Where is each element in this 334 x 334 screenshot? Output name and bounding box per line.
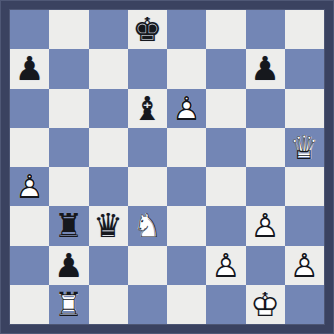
white-knight-glyph: ♞♘ — [133, 209, 163, 242]
square-g1[interactable]: ♚♔ — [246, 285, 285, 324]
square-d1[interactable] — [128, 285, 167, 324]
square-d3[interactable]: ♞♘ — [128, 206, 167, 245]
square-c8[interactable] — [89, 10, 128, 49]
white-king[interactable]: ♚♔ — [246, 285, 285, 324]
white-pawn-glyph: ♟♙ — [211, 249, 241, 282]
white-pawn[interactable]: ♟♙ — [285, 246, 324, 285]
square-b8[interactable] — [49, 10, 88, 49]
square-b6[interactable] — [49, 89, 88, 128]
square-f3[interactable] — [206, 206, 245, 245]
square-h1[interactable] — [285, 285, 324, 324]
black-queen-glyph: ♛ — [93, 209, 123, 242]
square-d8[interactable]: ♚ — [128, 10, 167, 49]
white-pawn-glyph: ♟♙ — [15, 170, 45, 203]
square-c3[interactable]: ♛ — [89, 206, 128, 245]
square-a1[interactable] — [10, 285, 49, 324]
square-b3[interactable]: ♜ — [49, 206, 88, 245]
white-pawn[interactable]: ♟♙ — [167, 89, 206, 128]
square-f7[interactable] — [206, 49, 245, 88]
black-bishop[interactable]: ♝ — [128, 89, 167, 128]
square-g6[interactable] — [246, 89, 285, 128]
square-d5[interactable] — [128, 128, 167, 167]
square-f6[interactable] — [206, 89, 245, 128]
square-e3[interactable] — [167, 206, 206, 245]
black-king-glyph: ♚ — [133, 13, 163, 46]
square-a3[interactable] — [10, 206, 49, 245]
white-pawn[interactable]: ♟♙ — [206, 246, 245, 285]
square-g2[interactable] — [246, 246, 285, 285]
square-e6[interactable]: ♟♙ — [167, 89, 206, 128]
square-g3[interactable]: ♟♙ — [246, 206, 285, 245]
white-pawn[interactable]: ♟♙ — [246, 206, 285, 245]
board-frame: ♚♟♟♝♟♙♛♕♟♙♜♛♞♘♟♙♟♟♙♟♙♜♖♚♔ — [0, 0, 334, 334]
square-b2[interactable]: ♟ — [49, 246, 88, 285]
square-e1[interactable] — [167, 285, 206, 324]
square-c6[interactable] — [89, 89, 128, 128]
square-g7[interactable]: ♟ — [246, 49, 285, 88]
square-a4[interactable]: ♟♙ — [10, 167, 49, 206]
square-d4[interactable] — [128, 167, 167, 206]
square-e5[interactable] — [167, 128, 206, 167]
white-queen-glyph: ♛♕ — [290, 131, 320, 164]
square-f1[interactable] — [206, 285, 245, 324]
black-king[interactable]: ♚ — [128, 10, 167, 49]
square-h7[interactable] — [285, 49, 324, 88]
square-h8[interactable] — [285, 10, 324, 49]
black-bishop-glyph: ♝ — [133, 92, 163, 125]
square-c1[interactable] — [89, 285, 128, 324]
square-f4[interactable] — [206, 167, 245, 206]
chess-board: ♚♟♟♝♟♙♛♕♟♙♜♛♞♘♟♙♟♟♙♟♙♜♖♚♔ — [10, 10, 324, 324]
square-c5[interactable] — [89, 128, 128, 167]
square-b7[interactable] — [49, 49, 88, 88]
square-g5[interactable] — [246, 128, 285, 167]
black-pawn[interactable]: ♟ — [10, 49, 49, 88]
square-h4[interactable] — [285, 167, 324, 206]
square-d2[interactable] — [128, 246, 167, 285]
square-e7[interactable] — [167, 49, 206, 88]
square-c4[interactable] — [89, 167, 128, 206]
white-rook-glyph: ♜♖ — [54, 288, 84, 321]
square-d6[interactable]: ♝ — [128, 89, 167, 128]
square-h2[interactable]: ♟♙ — [285, 246, 324, 285]
square-f5[interactable] — [206, 128, 245, 167]
square-g4[interactable] — [246, 167, 285, 206]
black-pawn[interactable]: ♟ — [49, 246, 88, 285]
square-e2[interactable] — [167, 246, 206, 285]
black-rook-glyph: ♜ — [54, 209, 84, 242]
white-pawn-glyph: ♟♙ — [290, 249, 320, 282]
black-pawn[interactable]: ♟ — [246, 49, 285, 88]
white-king-glyph: ♚♔ — [250, 288, 280, 321]
square-c7[interactable] — [89, 49, 128, 88]
square-b4[interactable] — [49, 167, 88, 206]
square-a7[interactable]: ♟ — [10, 49, 49, 88]
black-pawn-glyph: ♟ — [15, 52, 45, 85]
square-g8[interactable] — [246, 10, 285, 49]
square-d7[interactable] — [128, 49, 167, 88]
black-rook[interactable]: ♜ — [49, 206, 88, 245]
square-c2[interactable] — [89, 246, 128, 285]
black-queen[interactable]: ♛ — [89, 206, 128, 245]
square-b1[interactable]: ♜♖ — [49, 285, 88, 324]
square-e4[interactable] — [167, 167, 206, 206]
white-pawn[interactable]: ♟♙ — [10, 167, 49, 206]
black-pawn-glyph: ♟ — [250, 52, 280, 85]
white-pawn-glyph: ♟♙ — [172, 92, 202, 125]
square-h5[interactable]: ♛♕ — [285, 128, 324, 167]
white-queen[interactable]: ♛♕ — [285, 128, 324, 167]
square-a6[interactable] — [10, 89, 49, 128]
square-f2[interactable]: ♟♙ — [206, 246, 245, 285]
square-a8[interactable] — [10, 10, 49, 49]
square-h6[interactable] — [285, 89, 324, 128]
white-rook[interactable]: ♜♖ — [49, 285, 88, 324]
square-b5[interactable] — [49, 128, 88, 167]
square-h3[interactable] — [285, 206, 324, 245]
square-f8[interactable] — [206, 10, 245, 49]
white-pawn-glyph: ♟♙ — [250, 209, 280, 242]
square-a5[interactable] — [10, 128, 49, 167]
white-knight[interactable]: ♞♘ — [128, 206, 167, 245]
square-a2[interactable] — [10, 246, 49, 285]
black-pawn-glyph: ♟ — [54, 249, 84, 282]
square-e8[interactable] — [167, 10, 206, 49]
